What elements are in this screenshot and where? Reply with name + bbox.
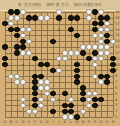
black-stone (14, 27, 19, 32)
row-label: 15 (115, 33, 119, 37)
white-stone (68, 50, 73, 55)
white-stone (56, 56, 61, 61)
white-stone (86, 9, 91, 14)
white-stone (86, 44, 91, 49)
black-stone (14, 50, 19, 55)
row-label: 8 (115, 74, 117, 78)
grid-vertical-line (65, 12, 66, 117)
white-stone (98, 50, 103, 55)
hoshi-point (22, 64, 24, 66)
black-stone (14, 44, 19, 49)
white-stone (56, 68, 61, 73)
go-board[interactable]: ABCDEFGHIJKLMNOPQRS191817161514131211109… (0, 10, 120, 126)
black-stone (74, 68, 79, 73)
black-stone (74, 15, 79, 20)
row-label: 6 (115, 86, 117, 90)
white-stone (20, 33, 25, 38)
black-stone (32, 103, 37, 108)
white-stone (38, 15, 43, 20)
white-stone (14, 79, 19, 84)
white-stone (26, 50, 31, 55)
black-stone (74, 62, 79, 67)
black-stone (92, 50, 97, 55)
black-stone (62, 109, 67, 114)
white-stone (104, 44, 109, 49)
black-stone (92, 21, 97, 26)
white-stone (14, 15, 19, 20)
black-stone (104, 15, 109, 20)
hoshi-point (58, 64, 60, 66)
white-stone (8, 74, 13, 79)
black-stone (92, 97, 97, 102)
black-stone (2, 21, 7, 26)
white-stone (32, 109, 37, 114)
black-stone (80, 97, 85, 102)
row-label: 13 (115, 45, 119, 49)
row-label: 18 (115, 16, 119, 20)
white-stone (98, 39, 103, 44)
white-stone (56, 9, 61, 14)
row-label: 9 (115, 68, 117, 72)
black-stone (32, 91, 37, 96)
black-stone (50, 91, 55, 96)
black-stone (74, 74, 79, 79)
white-stone (20, 103, 25, 108)
white-stone (38, 85, 43, 90)
black-stone (92, 103, 97, 108)
black-stone (38, 74, 43, 79)
hoshi-point (58, 29, 60, 31)
white-stone (20, 97, 25, 102)
black-stone (26, 15, 31, 20)
black-stone (80, 85, 85, 90)
black-stone (92, 27, 97, 32)
white-stone (62, 50, 67, 55)
white-stone (92, 91, 97, 96)
white-stone (44, 15, 49, 20)
white-stone (38, 79, 43, 84)
row-label: 10 (115, 63, 119, 67)
black-stone (8, 9, 13, 14)
go-app-window: B: 古力(9段) W中-黑 古力 W目 白胜2.5目 ABCDEFGHIJKL… (0, 0, 120, 126)
white-stone (92, 74, 97, 79)
black-stone (50, 39, 55, 44)
white-stone (20, 27, 25, 32)
white-stone (92, 33, 97, 38)
white-stone (98, 79, 103, 84)
white-stone (80, 44, 85, 49)
white-stone (38, 103, 43, 108)
white-stone (14, 74, 19, 79)
row-label: 12 (115, 51, 119, 55)
row-label: 3 (115, 103, 117, 107)
black-stone (62, 91, 67, 96)
row-label: 14 (115, 39, 119, 43)
black-stone (32, 97, 37, 102)
white-stone (86, 91, 91, 96)
white-stone (98, 27, 103, 32)
black-stone (32, 56, 37, 61)
black-stone (68, 109, 73, 114)
black-stone (104, 33, 109, 38)
white-stone (92, 62, 97, 67)
black-stone (2, 44, 7, 49)
white-stone (20, 50, 25, 55)
white-stone (92, 56, 97, 61)
black-stone (98, 15, 103, 20)
black-stone (32, 15, 37, 20)
white-stone (104, 21, 109, 26)
grid-horizontal-line (5, 117, 113, 118)
black-stone (32, 79, 37, 84)
black-stone (50, 68, 55, 73)
black-stone (20, 39, 25, 44)
white-stone (44, 85, 49, 90)
white-stone (8, 15, 13, 20)
white-stone (26, 109, 31, 114)
grid-horizontal-line (5, 111, 113, 112)
white-stone (80, 109, 85, 114)
black-stone (14, 33, 19, 38)
black-stone (2, 62, 7, 67)
black-stone (92, 9, 97, 14)
grid-horizontal-line (5, 88, 113, 89)
white-stone (44, 91, 49, 96)
row-label: 17 (115, 22, 119, 26)
black-stone (68, 103, 73, 108)
black-stone (74, 33, 79, 38)
white-stone (20, 9, 25, 14)
white-stone (38, 97, 43, 102)
black-stone (68, 27, 73, 32)
white-stone (98, 9, 103, 14)
row-label: 7 (115, 80, 117, 84)
row-label: 11 (115, 57, 119, 61)
white-stone (104, 50, 109, 55)
column-label: S (110, 120, 116, 124)
white-stone (98, 44, 103, 49)
black-stone (104, 74, 109, 79)
white-stone (62, 56, 67, 61)
black-stone (32, 74, 37, 79)
white-stone (86, 15, 91, 20)
black-stone (8, 27, 13, 32)
white-stone (8, 21, 13, 26)
white-stone (68, 97, 73, 102)
black-stone (80, 91, 85, 96)
white-stone (26, 27, 31, 32)
black-stone (80, 50, 85, 55)
white-stone (104, 27, 109, 32)
white-stone (98, 33, 103, 38)
white-stone (74, 50, 79, 55)
row-label: 5 (115, 92, 117, 96)
black-stone (2, 56, 7, 61)
black-stone (86, 56, 91, 61)
white-stone (44, 79, 49, 84)
row-label: 19 (115, 10, 119, 14)
white-stone (20, 79, 25, 84)
white-stone (50, 97, 55, 102)
black-stone (50, 109, 55, 114)
black-stone (74, 79, 79, 84)
white-stone (92, 44, 97, 49)
black-stone (20, 44, 25, 49)
black-stone (68, 15, 73, 20)
black-stone (56, 15, 61, 20)
row-label: 4 (115, 98, 117, 102)
row-label: 2 (115, 109, 117, 113)
white-stone (98, 56, 103, 61)
white-stone (26, 39, 31, 44)
black-stone (98, 74, 103, 79)
white-stone (86, 103, 91, 108)
row-label: 16 (115, 28, 119, 32)
black-stone (32, 85, 37, 90)
black-stone (44, 62, 49, 67)
black-stone (38, 62, 43, 67)
black-stone (14, 9, 19, 14)
white-stone (86, 97, 91, 102)
black-stone (104, 39, 109, 44)
hoshi-point (58, 99, 60, 101)
row-label: 1 (115, 115, 117, 119)
black-stone (104, 79, 109, 84)
black-stone (98, 21, 103, 26)
black-stone (98, 97, 103, 102)
black-stone (62, 103, 67, 108)
